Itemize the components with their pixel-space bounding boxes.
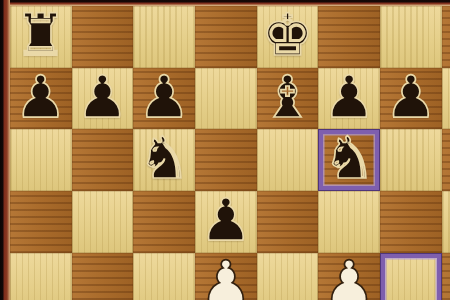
square-e7[interactable]: ♝ <box>257 68 319 130</box>
piece-black-pawn-g7[interactable]: ♟ <box>385 67 437 125</box>
square-b7[interactable]: ♟ <box>72 68 134 130</box>
piece-black-bishop-e7[interactable]: ♝ <box>262 67 314 125</box>
square-e4[interactable] <box>257 253 319 300</box>
square-f6[interactable]: ♞ <box>318 129 380 191</box>
piece-black-king-e8[interactable]: ♚ <box>262 6 314 64</box>
board-frame-top <box>0 0 450 6</box>
square-h7[interactable]: ♟ <box>442 68 450 130</box>
square-e8[interactable]: ♚ <box>257 6 319 68</box>
square-a7[interactable]: ♟ <box>10 68 72 130</box>
square-f5[interactable] <box>318 191 380 253</box>
square-g6[interactable] <box>380 129 442 191</box>
square-d4[interactable]: ♟ <box>195 253 257 300</box>
square-h8[interactable] <box>442 6 450 68</box>
square-g8[interactable] <box>380 6 442 68</box>
square-d8[interactable] <box>195 6 257 68</box>
square-d7[interactable] <box>195 68 257 130</box>
piece-black-pawn-h7[interactable]: ♟ <box>447 67 450 125</box>
chess-board: ♜♚♟♟♟♝♟♟♟♞♞♟♟♟ <box>10 6 450 300</box>
piece-black-pawn-b7[interactable]: ♟ <box>77 67 129 125</box>
square-f7[interactable]: ♟ <box>318 68 380 130</box>
square-g7[interactable]: ♟ <box>380 68 442 130</box>
square-h5[interactable] <box>442 191 450 253</box>
square-b6[interactable] <box>72 129 134 191</box>
square-h6[interactable] <box>442 129 450 191</box>
square-b5[interactable] <box>72 191 134 253</box>
square-c7[interactable]: ♟ <box>133 68 195 130</box>
square-d6[interactable] <box>195 129 257 191</box>
square-e5[interactable] <box>257 191 319 253</box>
piece-black-knight-c6[interactable]: ♞ <box>138 129 190 187</box>
piece-black-rook-a8[interactable]: ♜ <box>15 6 67 64</box>
square-b4[interactable] <box>72 253 134 300</box>
board-frame-left <box>0 0 10 300</box>
square-g4[interactable] <box>380 253 442 300</box>
square-g5[interactable] <box>380 191 442 253</box>
square-a6[interactable] <box>10 129 72 191</box>
piece-black-pawn-c7[interactable]: ♟ <box>138 67 190 125</box>
square-f8[interactable] <box>318 6 380 68</box>
square-h4[interactable] <box>442 253 450 300</box>
square-e6[interactable] <box>257 129 319 191</box>
piece-black-pawn-f7[interactable]: ♟ <box>323 67 375 125</box>
piece-black-pawn-a7[interactable]: ♟ <box>15 67 67 125</box>
square-a8[interactable]: ♜ <box>10 6 72 68</box>
square-a4[interactable] <box>10 253 72 300</box>
square-c8[interactable] <box>133 6 195 68</box>
piece-black-knight-f6[interactable]: ♞ <box>323 129 375 187</box>
piece-white-pawn-d4[interactable]: ♟ <box>200 252 252 300</box>
square-c5[interactable] <box>133 191 195 253</box>
square-d5[interactable]: ♟ <box>195 191 257 253</box>
square-c6[interactable]: ♞ <box>133 129 195 191</box>
square-c4[interactable] <box>133 253 195 300</box>
square-f4[interactable]: ♟ <box>318 253 380 300</box>
piece-black-pawn-d5[interactable]: ♟ <box>200 191 252 249</box>
square-a5[interactable] <box>10 191 72 253</box>
chess-app-viewport: ♜♚♟♟♟♝♟♟♟♞♞♟♟♟ <box>0 0 450 300</box>
piece-white-pawn-f4[interactable]: ♟ <box>323 252 375 300</box>
square-b8[interactable] <box>72 6 134 68</box>
